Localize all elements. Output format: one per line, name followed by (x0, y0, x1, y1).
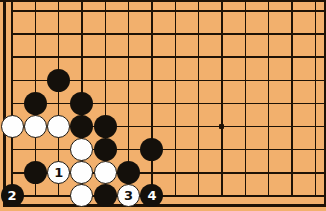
grid-line-horizontal (11, 195, 326, 197)
stone-white-move-1: 1 (47, 161, 70, 184)
stone-black (94, 138, 117, 161)
stone-white (47, 115, 70, 138)
stone-black-move-2: 2 (1, 184, 24, 207)
stone-black (117, 161, 140, 184)
crop-border-top (0, 0, 326, 2)
move-number-label: 3 (124, 189, 133, 202)
stone-white (70, 161, 93, 184)
grid-line-horizontal (11, 10, 326, 12)
stone-black (94, 115, 117, 138)
grid-line-vertical (245, 0, 247, 197)
board-edge-bottom (3, 204, 326, 207)
stone-black (24, 92, 47, 115)
grid-line-vertical (175, 0, 177, 197)
move-number-label: 1 (54, 166, 63, 179)
stone-white (94, 161, 117, 184)
grid-line-vertical (291, 0, 293, 197)
grid-line-horizontal (11, 33, 326, 35)
grid-line-vertical (151, 0, 153, 197)
grid-line-vertical (221, 0, 223, 197)
move-number-label: 4 (147, 189, 156, 202)
move-number-label: 2 (7, 189, 16, 202)
stone-black (70, 92, 93, 115)
stone-white (70, 138, 93, 161)
board-edge-left (3, 0, 6, 207)
stone-white (24, 115, 47, 138)
grid-line-vertical (268, 0, 270, 197)
stone-white (1, 115, 24, 138)
stone-black (140, 138, 163, 161)
grid-line-vertical (11, 0, 13, 197)
star-point (219, 124, 224, 129)
grid-line-horizontal (11, 149, 326, 151)
grid-line-horizontal (11, 103, 326, 105)
grid-line-vertical (315, 0, 317, 197)
go-board-diagram: 1234 (0, 0, 326, 211)
stone-black (24, 161, 47, 184)
grid-line-horizontal (11, 56, 326, 58)
stone-black (47, 69, 70, 92)
stone-black (70, 115, 93, 138)
grid-line-vertical (198, 0, 200, 197)
